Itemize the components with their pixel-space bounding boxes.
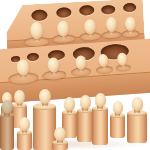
loose-cylinder-back-5-body (77, 110, 93, 142)
loose-cylinder-back-8-body (127, 113, 147, 143)
loose-cylinder-back-7 (110, 0, 125, 150)
loose-cylinder-front-1-body (0, 115, 14, 150)
loose-cylinder-front-3 (52, 0, 68, 150)
loose-cylinder-back-6-body (92, 108, 108, 145)
loose-cylinder-front-2-knob-head (19, 117, 30, 131)
montessori-cylinder-blocks-photo (0, 0, 150, 150)
loose-cylinder-back-3-knob-head (39, 89, 51, 104)
loose-cylinder-front-1 (0, 0, 14, 150)
loose-cylinder-back-7-knob-head (113, 101, 123, 114)
loose-cylinder-back-5 (77, 0, 93, 150)
loose-cylinder-back-6-knob-head (95, 93, 106, 107)
loose-cylinder-front-1-knob-head (2, 100, 13, 114)
loose-cylinder-back-5-knob-head (80, 95, 91, 109)
loose-cylinder-front-2 (17, 0, 32, 150)
loose-cylinder-back-6 (92, 0, 108, 150)
loose-cylinder-back-8 (127, 0, 147, 150)
loose-cylinder-front-2-body (17, 132, 32, 150)
loose-cylinder-front-3-knob-head (54, 127, 66, 141)
loose-cylinder-back-8-knob-head (132, 97, 143, 111)
loose-cylinder-back-7-body (110, 115, 125, 138)
